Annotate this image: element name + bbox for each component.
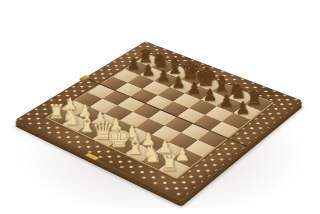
piece-white-rook[interactable]: ♜ [151,153,188,174]
product-photo-scene: ♜♞♝♛♚♝♞♜♟♟♟♟♟♟♟♟♟♟♟♟♟♟♟♟♜♞♝♛♚♝♞♜ [0,0,320,214]
piece-black-pawn[interactable]: ♟ [226,100,260,116]
square-h1[interactable]: ♜ [159,159,190,177]
